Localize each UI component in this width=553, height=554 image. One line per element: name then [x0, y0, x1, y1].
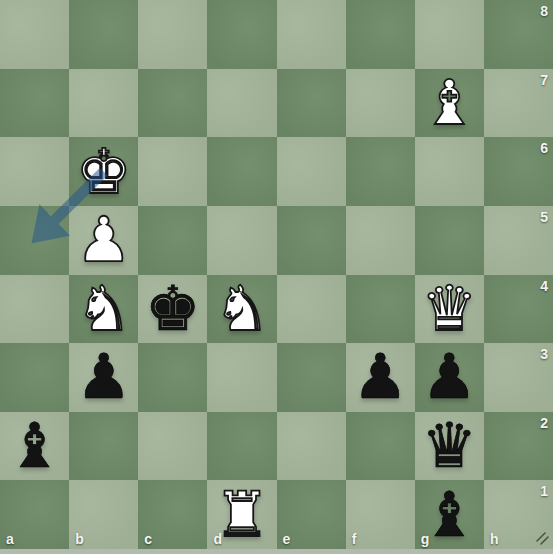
white-king[interactable]: ♚ — [76, 138, 132, 206]
square-f8[interactable] — [346, 0, 415, 69]
square-g4[interactable]: ♛ — [415, 275, 484, 344]
square-e4[interactable] — [277, 275, 346, 344]
square-e7[interactable] — [277, 69, 346, 138]
square-g1[interactable]: ♝ — [415, 480, 484, 549]
square-f5[interactable] — [346, 206, 415, 275]
square-h8[interactable] — [484, 0, 553, 69]
square-f4[interactable] — [346, 275, 415, 344]
black-king[interactable]: ♚ — [145, 275, 201, 343]
square-c5[interactable] — [138, 206, 207, 275]
square-f2[interactable] — [346, 412, 415, 481]
square-h6[interactable] — [484, 137, 553, 206]
square-c8[interactable] — [138, 0, 207, 69]
black-bishop[interactable]: ♝ — [422, 481, 478, 549]
square-c7[interactable] — [138, 69, 207, 138]
black-bishop[interactable]: ♝ — [7, 412, 63, 480]
square-d4[interactable]: ♞ — [207, 275, 276, 344]
square-e5[interactable] — [277, 206, 346, 275]
white-knight[interactable]: ♞ — [214, 275, 270, 343]
square-b6[interactable]: ♚ — [69, 137, 138, 206]
square-d7[interactable] — [207, 69, 276, 138]
chess-board-app: ♝♚♟♞♚♞♛♟♟♟♝♛♜♝ abcdefgh87654321 — [0, 0, 553, 554]
square-h2[interactable] — [484, 412, 553, 481]
square-g5[interactable] — [415, 206, 484, 275]
square-b5[interactable]: ♟ — [69, 206, 138, 275]
resize-grip-icon — [537, 533, 548, 544]
black-pawn[interactable]: ♟ — [76, 343, 132, 411]
square-b3[interactable]: ♟ — [69, 343, 138, 412]
square-g8[interactable] — [415, 0, 484, 69]
square-a3[interactable] — [0, 343, 69, 412]
square-g2[interactable]: ♛ — [415, 412, 484, 481]
white-rook[interactable]: ♜ — [214, 481, 270, 549]
square-c1[interactable] — [138, 480, 207, 549]
black-pawn[interactable]: ♟ — [422, 343, 478, 411]
square-b7[interactable] — [69, 69, 138, 138]
white-pawn[interactable]: ♟ — [76, 206, 132, 274]
square-a4[interactable] — [0, 275, 69, 344]
chess-board: ♝♚♟♞♚♞♛♟♟♟♝♛♜♝ — [0, 0, 553, 549]
square-d1[interactable]: ♜ — [207, 480, 276, 549]
square-c6[interactable] — [138, 137, 207, 206]
board-resize-handle[interactable] — [536, 532, 550, 546]
square-b2[interactable] — [69, 412, 138, 481]
square-h3[interactable] — [484, 343, 553, 412]
square-a6[interactable] — [0, 137, 69, 206]
square-f7[interactable] — [346, 69, 415, 138]
square-a7[interactable] — [0, 69, 69, 138]
white-bishop[interactable]: ♝ — [422, 69, 478, 137]
square-g7[interactable]: ♝ — [415, 69, 484, 138]
square-a5[interactable] — [0, 206, 69, 275]
square-e6[interactable] — [277, 137, 346, 206]
square-g3[interactable]: ♟ — [415, 343, 484, 412]
square-h5[interactable] — [484, 206, 553, 275]
square-h4[interactable] — [484, 275, 553, 344]
square-d8[interactable] — [207, 0, 276, 69]
square-a2[interactable]: ♝ — [0, 412, 69, 481]
black-pawn[interactable]: ♟ — [352, 343, 408, 411]
square-e1[interactable] — [277, 480, 346, 549]
square-d3[interactable] — [207, 343, 276, 412]
square-b1[interactable] — [69, 480, 138, 549]
square-a1[interactable] — [0, 480, 69, 549]
square-f3[interactable]: ♟ — [346, 343, 415, 412]
white-knight[interactable]: ♞ — [76, 275, 132, 343]
white-queen[interactable]: ♛ — [422, 275, 478, 343]
square-b8[interactable] — [69, 0, 138, 69]
square-e8[interactable] — [277, 0, 346, 69]
square-g6[interactable] — [415, 137, 484, 206]
square-e2[interactable] — [277, 412, 346, 481]
square-b4[interactable]: ♞ — [69, 275, 138, 344]
square-d2[interactable] — [207, 412, 276, 481]
square-e3[interactable] — [277, 343, 346, 412]
square-d6[interactable] — [207, 137, 276, 206]
square-f1[interactable] — [346, 480, 415, 549]
square-a8[interactable] — [0, 0, 69, 69]
square-f6[interactable] — [346, 137, 415, 206]
square-c3[interactable] — [138, 343, 207, 412]
square-c4[interactable]: ♚ — [138, 275, 207, 344]
square-d5[interactable] — [207, 206, 276, 275]
square-c2[interactable] — [138, 412, 207, 481]
black-queen[interactable]: ♛ — [422, 412, 478, 480]
square-h7[interactable] — [484, 69, 553, 138]
